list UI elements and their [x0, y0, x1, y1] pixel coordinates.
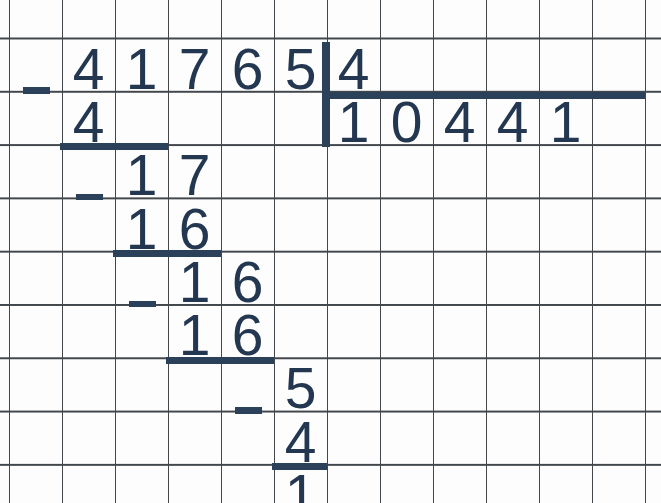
worksheet-page: 41765441044117161616541 [0, 0, 661, 503]
long-division-board: 41765441044117161616541 [0, 0, 661, 503]
subtraction-underline [113, 250, 221, 257]
division-marks-overlay [0, 0, 661, 503]
subtraction-underline [166, 357, 274, 364]
minus-sign [235, 407, 262, 414]
subtraction-underline [60, 143, 168, 150]
minus-sign [23, 87, 50, 94]
subtraction-underline [272, 463, 327, 470]
minus-sign [76, 194, 103, 201]
division-bracket-horizontal [323, 92, 645, 99]
minus-sign [129, 301, 156, 308]
